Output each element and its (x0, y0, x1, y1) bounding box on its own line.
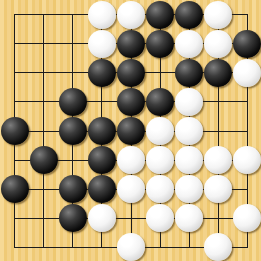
board-point-d6[interactable] (87, 145, 116, 174)
board-point-e6[interactable] (116, 145, 145, 174)
board-point-a8[interactable] (0, 203, 29, 232)
board-point-b9[interactable] (29, 232, 58, 261)
board-point-h7[interactable] (203, 174, 232, 203)
board-point-g1[interactable] (174, 0, 203, 29)
board-point-e9[interactable] (116, 232, 145, 261)
board-point-d7[interactable] (87, 174, 116, 203)
board-point-a9[interactable] (0, 232, 29, 261)
black-stone (175, 1, 203, 29)
board-point-c3[interactable] (58, 58, 87, 87)
board-point-f8[interactable] (145, 203, 174, 232)
board-point-i3[interactable] (232, 58, 261, 87)
board-point-b3[interactable] (29, 58, 58, 87)
board-point-d5[interactable] (87, 116, 116, 145)
white-stone (175, 117, 203, 145)
board-point-b8[interactable] (29, 203, 58, 232)
black-stone (88, 146, 116, 174)
white-stone (233, 59, 261, 87)
board-point-b1[interactable] (29, 0, 58, 29)
white-stone (146, 204, 174, 232)
black-stone (1, 117, 29, 145)
board-point-d1[interactable] (87, 0, 116, 29)
board-point-h2[interactable] (203, 29, 232, 58)
white-stone (175, 146, 203, 174)
black-stone (146, 30, 174, 58)
board-point-g3[interactable] (174, 58, 203, 87)
white-stone (117, 175, 145, 203)
board-point-d3[interactable] (87, 58, 116, 87)
white-stone (175, 30, 203, 58)
board-point-f1[interactable] (145, 0, 174, 29)
board-point-c4[interactable] (58, 87, 87, 116)
board-point-c8[interactable] (58, 203, 87, 232)
board-point-g8[interactable] (174, 203, 203, 232)
board-point-f9[interactable] (145, 232, 174, 261)
board-point-g7[interactable] (174, 174, 203, 203)
board-point-g4[interactable] (174, 87, 203, 116)
board-point-a1[interactable] (0, 0, 29, 29)
board-point-d9[interactable] (87, 232, 116, 261)
black-stone (1, 175, 29, 203)
white-stone (204, 146, 232, 174)
white-stone (204, 1, 232, 29)
black-stone (59, 204, 87, 232)
board-point-c6[interactable] (58, 145, 87, 174)
board-point-f4[interactable] (145, 87, 174, 116)
white-stone (233, 146, 261, 174)
board-point-c9[interactable] (58, 232, 87, 261)
board-point-a2[interactable] (0, 29, 29, 58)
board-point-f7[interactable] (145, 174, 174, 203)
black-stone (59, 175, 87, 203)
white-stone (204, 233, 232, 261)
black-stone (88, 175, 116, 203)
board-point-c1[interactable] (58, 0, 87, 29)
board-point-f3[interactable] (145, 58, 174, 87)
board-point-g5[interactable] (174, 116, 203, 145)
black-stone (204, 59, 232, 87)
white-stone (175, 175, 203, 203)
white-stone (117, 233, 145, 261)
black-stone (88, 117, 116, 145)
board-point-e8[interactable] (116, 203, 145, 232)
board-point-i2[interactable] (232, 29, 261, 58)
board-point-b6[interactable] (29, 145, 58, 174)
board-point-e1[interactable] (116, 0, 145, 29)
board-point-a3[interactable] (0, 58, 29, 87)
board-point-f2[interactable] (145, 29, 174, 58)
board-point-f5[interactable] (145, 116, 174, 145)
board-point-i1[interactable] (232, 0, 261, 29)
board-point-h9[interactable] (203, 232, 232, 261)
board-point-h4[interactable] (203, 87, 232, 116)
board-point-h3[interactable] (203, 58, 232, 87)
black-stone (117, 30, 145, 58)
board-point-a6[interactable] (0, 145, 29, 174)
black-stone (117, 59, 145, 87)
board-point-a5[interactable] (0, 116, 29, 145)
board-point-i5[interactable] (232, 116, 261, 145)
white-stone (175, 204, 203, 232)
board-point-i4[interactable] (232, 87, 261, 116)
white-stone (146, 117, 174, 145)
board-point-e5[interactable] (116, 116, 145, 145)
black-stone (59, 117, 87, 145)
black-stone (117, 117, 145, 145)
board-point-e3[interactable] (116, 58, 145, 87)
board-point-h1[interactable] (203, 0, 232, 29)
black-stone (30, 146, 58, 174)
board-point-b7[interactable] (29, 174, 58, 203)
board-point-a7[interactable] (0, 174, 29, 203)
board-point-d2[interactable] (87, 29, 116, 58)
black-stone (59, 88, 87, 116)
white-stone (88, 204, 116, 232)
white-stone (88, 30, 116, 58)
black-stone (233, 30, 261, 58)
board-point-g9[interactable] (174, 232, 203, 261)
white-stone (88, 1, 116, 29)
white-stone (146, 175, 174, 203)
board-point-i9[interactable] (232, 232, 261, 261)
white-stone (204, 30, 232, 58)
white-stone (117, 1, 145, 29)
board-point-e7[interactable] (116, 174, 145, 203)
board-point-h5[interactable] (203, 116, 232, 145)
board-point-d8[interactable] (87, 203, 116, 232)
white-stone (117, 146, 145, 174)
board-point-g2[interactable] (174, 29, 203, 58)
white-stone (146, 146, 174, 174)
board-point-e2[interactable] (116, 29, 145, 58)
board-point-b4[interactable] (29, 87, 58, 116)
board-point-c7[interactable] (58, 174, 87, 203)
board-point-c5[interactable] (58, 116, 87, 145)
board-point-f6[interactable] (145, 145, 174, 174)
board-point-i7[interactable] (232, 174, 261, 203)
black-stone (146, 1, 174, 29)
white-stone (175, 88, 203, 116)
board-grid (0, 0, 261, 261)
board-point-a4[interactable] (0, 87, 29, 116)
board-point-b5[interactable] (29, 116, 58, 145)
white-stone (233, 204, 261, 232)
black-stone (117, 88, 145, 116)
black-stone (146, 88, 174, 116)
black-stone (175, 59, 203, 87)
go-board (0, 0, 261, 261)
board-point-e4[interactable] (116, 87, 145, 116)
board-point-i8[interactable] (232, 203, 261, 232)
black-stone (88, 59, 116, 87)
board-point-h6[interactable] (203, 145, 232, 174)
board-point-g6[interactable] (174, 145, 203, 174)
board-point-d4[interactable] (87, 87, 116, 116)
board-point-b2[interactable] (29, 29, 58, 58)
board-point-h8[interactable] (203, 203, 232, 232)
board-point-c2[interactable] (58, 29, 87, 58)
white-stone (204, 175, 232, 203)
board-point-i6[interactable] (232, 145, 261, 174)
